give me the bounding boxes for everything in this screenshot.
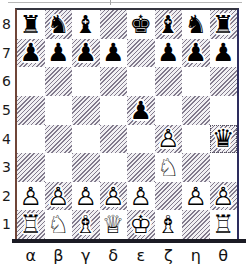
piece-glyph: ♕ (100, 210, 128, 239)
square-f1[interactable]: ♝♗ (155, 210, 183, 239)
black-rook-h8[interactable]: ♜♜ (210, 10, 238, 39)
white-pawn-f4[interactable]: ♟♙ (155, 125, 183, 154)
square-c1[interactable]: ♝♗ (72, 210, 100, 239)
piece-glyph: ♝ (72, 10, 100, 39)
square-a5[interactable] (17, 96, 45, 125)
piece-glyph: ♔ (127, 210, 155, 239)
piece-glyph: ♙ (155, 125, 183, 154)
square-d5[interactable] (100, 96, 128, 125)
chess-diagram: ♜♜♞♞♝♝♚♚♝♝♞♞♜♜♟♟♟♟♟♟♟♟♟♟♟♟♟♟♟♟♟♙♛♛♞♘♟♙♟♙… (0, 0, 251, 272)
chess-board: ♜♜♞♞♝♝♚♚♝♝♞♞♜♜♟♟♟♟♟♟♟♟♟♟♟♟♟♟♟♟♟♙♛♛♞♘♟♙♟♙… (15, 8, 239, 239)
square-f3[interactable]: ♞♘ (155, 153, 183, 182)
square-b6[interactable] (45, 67, 73, 96)
black-bishop-f8[interactable]: ♝♝ (155, 10, 183, 39)
piece-glyph: ♖ (17, 210, 45, 239)
square-e4[interactable] (127, 125, 155, 154)
piece-glyph: ♟ (210, 39, 238, 68)
square-f6[interactable] (155, 67, 183, 96)
black-pawn-a7[interactable]: ♟♟ (17, 39, 45, 68)
square-g2[interactable]: ♟♙ (182, 182, 210, 211)
square-d1[interactable]: ♛♕ (100, 210, 128, 239)
black-knight-b8[interactable]: ♞♞ (45, 10, 73, 39)
square-a4[interactable] (17, 125, 45, 154)
white-rook-h1[interactable]: ♜♖ (210, 210, 238, 239)
piece-glyph: ♙ (100, 182, 128, 211)
black-pawn-h7[interactable]: ♟♟ (210, 39, 238, 68)
rank-label-7: 7 (0, 39, 13, 68)
square-c2[interactable]: ♟♙ (72, 182, 100, 211)
square-e5[interactable]: ♟♟ (127, 96, 155, 125)
square-g1[interactable] (182, 210, 210, 239)
black-pawn-e5[interactable]: ♟♟ (127, 96, 155, 125)
white-pawn-g2[interactable]: ♟♙ (182, 182, 210, 211)
rank-label-5: 5 (0, 96, 13, 125)
piece-glyph: ♟ (100, 39, 128, 68)
square-f7[interactable]: ♟♟ (155, 39, 183, 68)
file-label-eta: η (182, 246, 210, 266)
square-c8[interactable]: ♝♝ (72, 10, 100, 39)
square-c5[interactable] (72, 96, 100, 125)
square-c3[interactable] (72, 153, 100, 182)
piece-glyph: ♟ (45, 39, 73, 68)
piece-glyph: ♘ (155, 153, 183, 182)
square-b3[interactable] (45, 153, 73, 182)
square-e8[interactable]: ♚♚ (127, 10, 155, 39)
piece-glyph: ♘ (45, 210, 73, 239)
piece-glyph: ♛ (210, 125, 238, 154)
black-bishop-c8[interactable]: ♝♝ (72, 10, 100, 39)
square-b5[interactable] (45, 96, 73, 125)
white-queen-d1[interactable]: ♛♕ (100, 210, 128, 239)
square-b2[interactable]: ♟♙ (45, 182, 73, 211)
square-g6[interactable] (182, 67, 210, 96)
square-b7[interactable]: ♟♟ (45, 39, 73, 68)
black-pawn-g7[interactable]: ♟♟ (182, 39, 210, 68)
piece-glyph: ♟ (72, 39, 100, 68)
rank-label-8: 8 (0, 10, 13, 39)
square-f5[interactable] (155, 96, 183, 125)
piece-glyph: ♟ (155, 39, 183, 68)
square-c6[interactable] (72, 67, 100, 96)
rank-label-2: 2 (0, 182, 13, 211)
black-knight-g8[interactable]: ♞♞ (182, 10, 210, 39)
file-label-zeta: ζ (155, 246, 183, 266)
white-knight-b1[interactable]: ♞♘ (45, 210, 73, 239)
piece-glyph: ♙ (210, 182, 238, 211)
white-pawn-a2[interactable]: ♟♙ (17, 182, 45, 211)
rank-label-4: 4 (0, 125, 13, 154)
piece-glyph: ♗ (155, 210, 183, 239)
square-d6[interactable] (100, 67, 128, 96)
piece-glyph: ♙ (182, 182, 210, 211)
square-h3[interactable] (210, 153, 238, 182)
black-queen-h4[interactable]: ♛♛ (210, 125, 238, 154)
square-g3[interactable] (182, 153, 210, 182)
square-e6[interactable] (127, 67, 155, 96)
piece-glyph: ♚ (127, 10, 155, 39)
square-a2[interactable]: ♟♙ (17, 182, 45, 211)
square-h1[interactable]: ♜♖ (210, 210, 238, 239)
black-pawn-c7[interactable]: ♟♟ (72, 39, 100, 68)
square-d7[interactable]: ♟♟ (100, 39, 128, 68)
square-d3[interactable] (100, 153, 128, 182)
file-label-delta: δ (100, 246, 128, 266)
square-f2[interactable] (155, 182, 183, 211)
piece-glyph: ♟ (127, 96, 155, 125)
square-e1[interactable]: ♚♔ (127, 210, 155, 239)
piece-glyph: ♙ (45, 182, 73, 211)
square-d8[interactable] (100, 10, 128, 39)
file-label-alpha: α (17, 246, 45, 266)
white-pawn-d2[interactable]: ♟♙ (100, 182, 128, 211)
square-e7[interactable] (127, 39, 155, 68)
white-king-e1[interactable]: ♚♔ (127, 210, 155, 239)
black-rook-a8[interactable]: ♜♜ (17, 10, 45, 39)
white-rook-a1[interactable]: ♜♖ (17, 210, 45, 239)
white-pawn-h2[interactable]: ♟♙ (210, 182, 238, 211)
square-a1[interactable]: ♜♖ (17, 210, 45, 239)
square-c4[interactable] (72, 125, 100, 154)
square-f8[interactable]: ♝♝ (155, 10, 183, 39)
rank-label-1: 1 (0, 210, 13, 239)
square-h7[interactable]: ♟♟ (210, 39, 238, 68)
square-a7[interactable]: ♟♟ (17, 39, 45, 68)
square-h4[interactable]: ♛♛ (210, 125, 238, 154)
white-bishop-f1[interactable]: ♝♗ (155, 210, 183, 239)
piece-glyph: ♖ (210, 210, 238, 239)
square-a8[interactable]: ♜♜ (17, 10, 45, 39)
black-pawn-d7[interactable]: ♟♟ (100, 39, 128, 68)
square-h5[interactable] (210, 96, 238, 125)
white-knight-f3[interactable]: ♞♘ (155, 153, 183, 182)
piece-glyph: ♞ (45, 10, 73, 39)
piece-glyph: ♙ (72, 182, 100, 211)
square-e2[interactable]: ♟♙ (127, 182, 155, 211)
scan-artifact-tick (110, 0, 111, 5)
black-pawn-f7[interactable]: ♟♟ (155, 39, 183, 68)
square-h6[interactable] (210, 67, 238, 96)
white-bishop-c1[interactable]: ♝♗ (72, 210, 100, 239)
piece-glyph: ♞ (182, 10, 210, 39)
square-g8[interactable]: ♞♞ (182, 10, 210, 39)
square-c7[interactable]: ♟♟ (72, 39, 100, 68)
square-f4[interactable]: ♟♙ (155, 125, 183, 154)
square-h2[interactable]: ♟♙ (210, 182, 238, 211)
board-baseline (12, 239, 246, 243)
square-h8[interactable]: ♜♜ (210, 10, 238, 39)
rank-label-3: 3 (0, 153, 13, 182)
square-d4[interactable] (100, 125, 128, 154)
square-b8[interactable]: ♞♞ (45, 10, 73, 39)
square-b4[interactable] (45, 125, 73, 154)
piece-glyph: ♝ (155, 10, 183, 39)
square-e3[interactable] (127, 153, 155, 182)
piece-glyph: ♟ (182, 39, 210, 68)
black-king-e8[interactable]: ♚♚ (127, 10, 155, 39)
white-pawn-c2[interactable]: ♟♙ (72, 182, 100, 211)
piece-glyph: ♙ (17, 182, 45, 211)
square-g7[interactable]: ♟♟ (182, 39, 210, 68)
piece-glyph: ♙ (127, 182, 155, 211)
piece-glyph: ♟ (17, 39, 45, 68)
square-a6[interactable] (17, 67, 45, 96)
white-pawn-b2[interactable]: ♟♙ (45, 182, 73, 211)
file-label-beta: β (45, 246, 73, 266)
piece-glyph: ♗ (72, 210, 100, 239)
black-pawn-b7[interactable]: ♟♟ (45, 39, 73, 68)
piece-glyph: ♜ (210, 10, 238, 39)
square-g4[interactable] (182, 125, 210, 154)
square-b1[interactable]: ♞♘ (45, 210, 73, 239)
file-label-theta: θ (210, 246, 238, 266)
piece-glyph: ♜ (17, 10, 45, 39)
file-label-gamma: γ (72, 246, 100, 266)
rank-label-6: 6 (0, 67, 13, 96)
square-a3[interactable] (17, 153, 45, 182)
square-g5[interactable] (182, 96, 210, 125)
white-pawn-e2[interactable]: ♟♙ (127, 182, 155, 211)
scan-artifact-line (8, 2, 242, 3)
square-d2[interactable]: ♟♙ (100, 182, 128, 211)
file-label-epsilon: ε (127, 246, 155, 266)
